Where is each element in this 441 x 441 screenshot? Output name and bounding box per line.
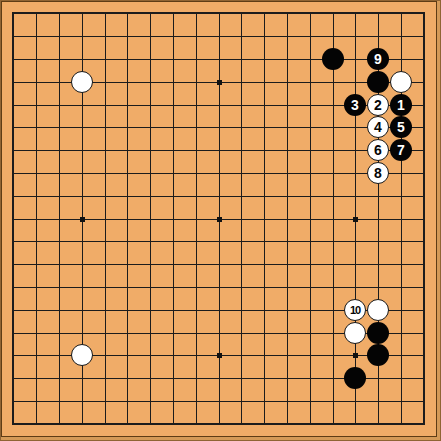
white-stone-D16: [71, 71, 93, 93]
black-stone-R5: [367, 322, 389, 344]
move-number-label: 2: [374, 98, 382, 112]
grid-line-vertical: [264, 12, 265, 425]
grid-line-vertical: [423, 12, 425, 425]
grid-line-horizontal: [12, 264, 425, 265]
hoshi-dot: [217, 353, 222, 358]
hoshi-dot: [353, 353, 358, 358]
move-3-black-stone-Q15: 3: [344, 94, 366, 116]
grid-line-horizontal: [12, 241, 425, 242]
move-number-label: 3: [351, 98, 359, 112]
grid-line-horizontal: [12, 423, 425, 425]
hoshi-dot: [80, 217, 85, 222]
black-stone-Q3: [344, 367, 366, 389]
move-number-label: 4: [374, 120, 382, 134]
white-stone-S16: [390, 71, 412, 93]
hoshi-dot: [217, 80, 222, 85]
black-stone-R16: [367, 71, 389, 93]
move-number-label: 7: [397, 143, 405, 157]
move-number-label: 5: [397, 120, 405, 134]
hoshi-dot: [353, 217, 358, 222]
board-grid: 93214567810: [1, 1, 437, 437]
black-stone-P17: [322, 48, 344, 70]
move-9-black-stone-R17: 9: [367, 48, 389, 70]
go-diagram: 93214567810: [0, 0, 441, 441]
grid-line-vertical: [333, 12, 334, 425]
white-stone-R6: [367, 299, 389, 321]
move-number-label: 9: [374, 52, 382, 66]
move-10-white-stone-Q6: 10: [344, 299, 366, 321]
white-stone-Q5: [344, 322, 366, 344]
move-number-label: 8: [374, 166, 382, 180]
grid-line-horizontal: [12, 401, 425, 402]
move-2-white-stone-R15: 2: [367, 94, 389, 116]
move-7-black-stone-S13: 7: [390, 139, 412, 161]
move-number-label: 6: [374, 143, 382, 157]
grid-line-horizontal: [12, 287, 425, 288]
move-number-label: 1: [397, 98, 405, 112]
move-number-label: 10: [350, 305, 360, 316]
move-8-white-stone-R12: 8: [367, 162, 389, 184]
grid-line-vertical: [287, 12, 288, 425]
black-stone-R4: [367, 344, 389, 366]
grid-line-vertical: [310, 12, 311, 425]
move-5-black-stone-S14: 5: [390, 116, 412, 138]
grid-line-vertical: [241, 12, 242, 425]
move-1-black-stone-S15: 1: [390, 94, 412, 116]
move-4-white-stone-R14: 4: [367, 116, 389, 138]
white-stone-D4: [71, 344, 93, 366]
move-6-white-stone-R13: 6: [367, 139, 389, 161]
hoshi-dot: [217, 217, 222, 222]
